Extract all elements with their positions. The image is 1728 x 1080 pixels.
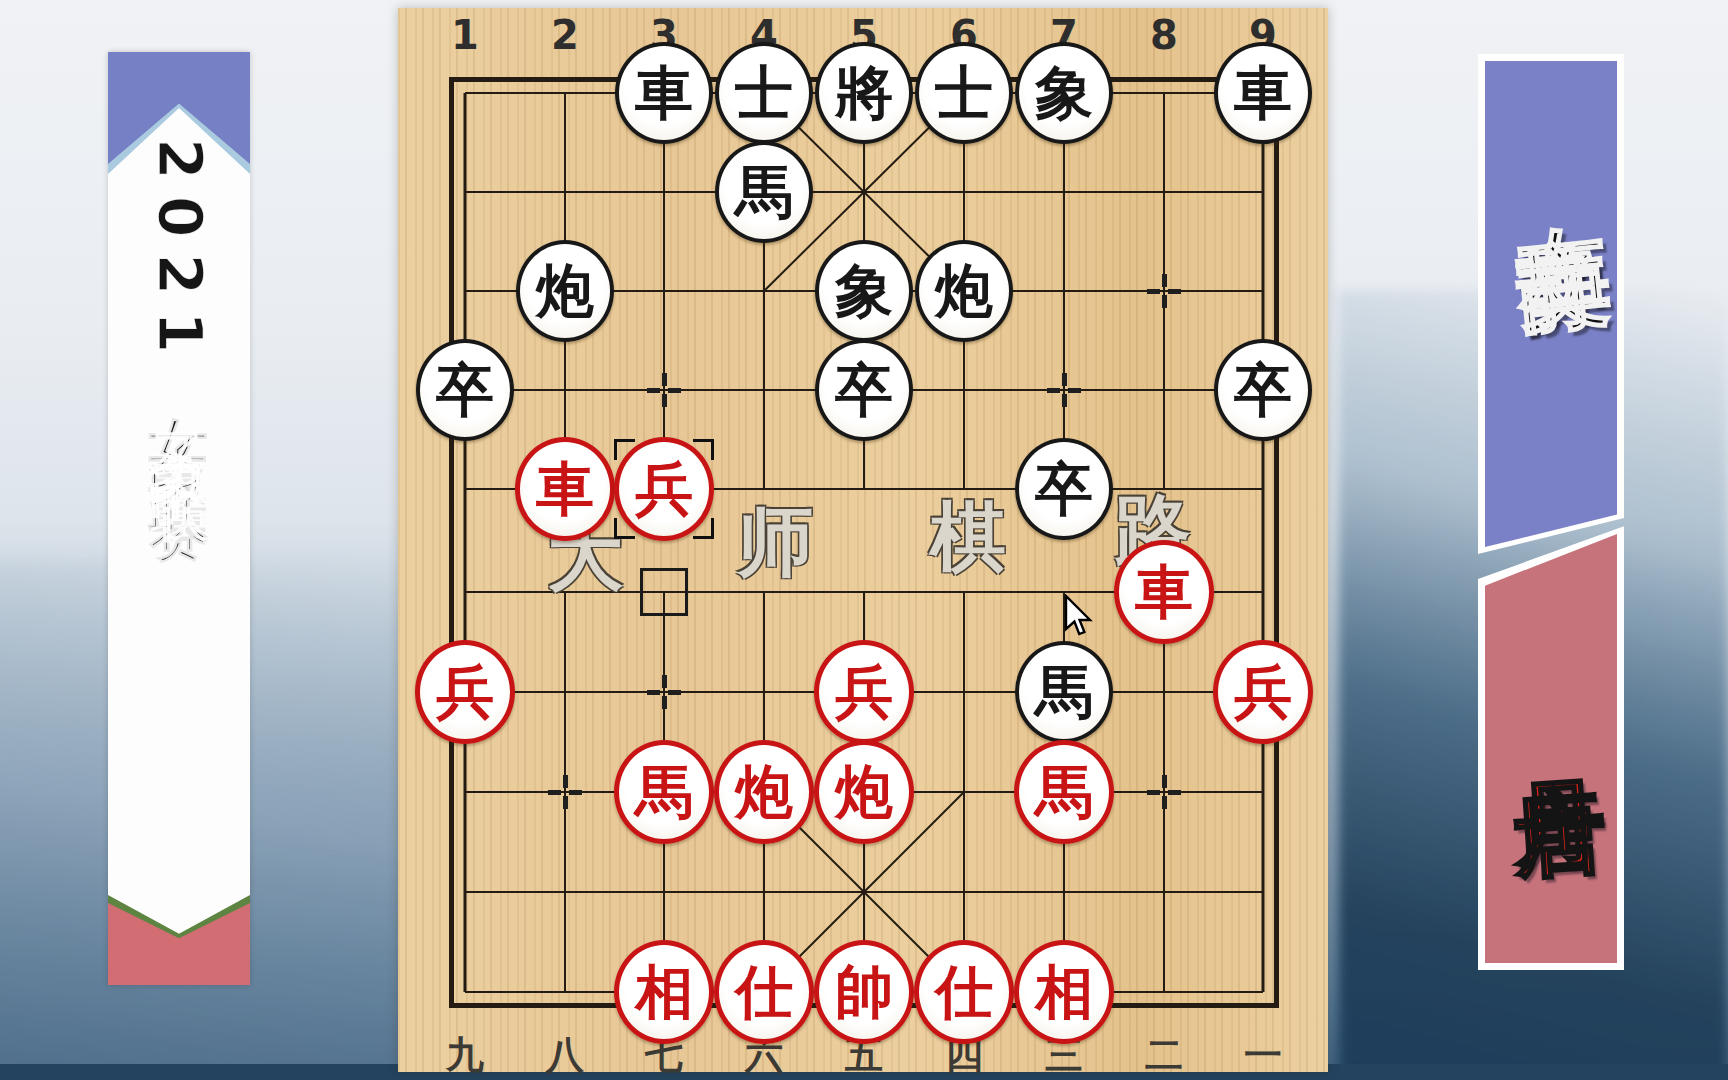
page: { "game": "xiangqi", "event": "2021女子象甲联… xyxy=(0,0,1728,1080)
mouse-cursor xyxy=(1064,594,1094,638)
event-title: 2021女子象甲联赛 xyxy=(139,138,220,465)
event-banner-bottom-cap xyxy=(108,903,250,985)
event-banner: 2021女子象甲联赛 xyxy=(108,52,250,985)
player-banner-black-fill xyxy=(1485,61,1617,554)
board-grid-lines xyxy=(398,8,1328,1072)
xiangqi-board-panel xyxy=(398,8,1328,1072)
player-banner-red-fill xyxy=(1485,518,1617,963)
player-banner-black: 左文静 xyxy=(1478,54,1624,554)
player-banner-red: 唐丹 xyxy=(1478,518,1624,970)
